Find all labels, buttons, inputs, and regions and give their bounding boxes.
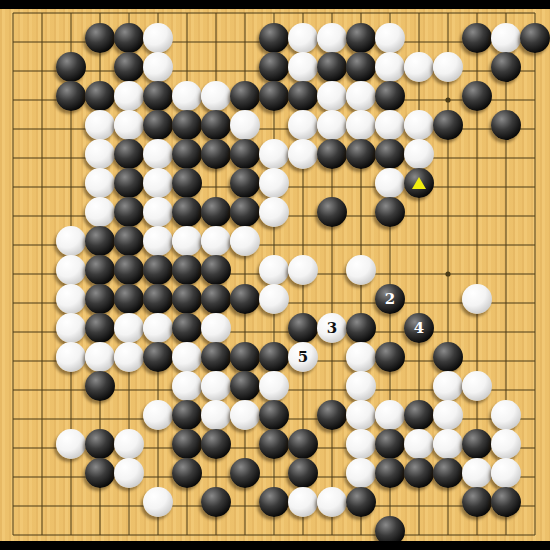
bottom-border-bar <box>0 541 550 550</box>
go-board-screenshot: 2345 <box>0 0 550 550</box>
board-grid[interactable] <box>0 0 550 550</box>
top-border-bar <box>0 0 550 9</box>
